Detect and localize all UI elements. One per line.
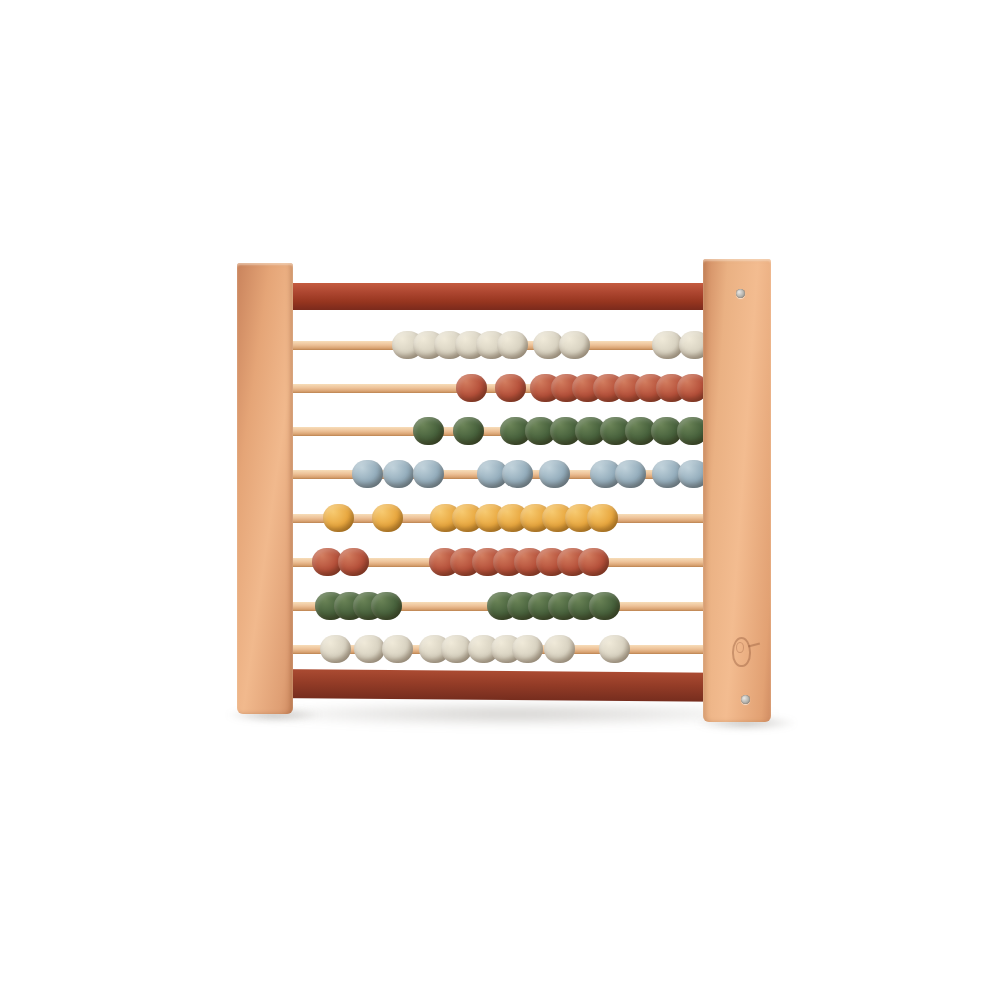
bead-yellow[interactable] (372, 504, 403, 532)
bead-cream[interactable] (512, 635, 543, 663)
bottom-end-rod (256, 669, 760, 702)
bead-green[interactable] (371, 592, 402, 620)
bead-cream[interactable] (544, 635, 575, 663)
bead-rust[interactable] (495, 374, 526, 402)
bead-green[interactable] (413, 417, 444, 445)
bead-cream[interactable] (354, 635, 385, 663)
bead-rust[interactable] (578, 548, 609, 576)
abacus-product-photo (0, 0, 1000, 1000)
bead-cream[interactable] (559, 331, 590, 359)
brand-engraving-inner (736, 642, 744, 653)
bead-blue[interactable] (352, 460, 383, 488)
bead-blue[interactable] (502, 460, 533, 488)
bead-yellow[interactable] (587, 504, 618, 532)
bead-cream[interactable] (320, 635, 351, 663)
bead-green[interactable] (453, 417, 484, 445)
brand-engraving-line (748, 643, 760, 648)
bead-cream[interactable] (382, 635, 413, 663)
bead-blue[interactable] (413, 460, 444, 488)
screw-icon (741, 695, 750, 704)
bead-cream[interactable] (599, 635, 630, 663)
bead-rust[interactable] (338, 548, 369, 576)
bead-green[interactable] (589, 592, 620, 620)
screw-icon (736, 289, 745, 298)
bead-blue[interactable] (539, 460, 570, 488)
bead-cream[interactable] (497, 331, 528, 359)
bead-blue[interactable] (615, 460, 646, 488)
frame-right-post (703, 259, 771, 722)
top-end-rod (256, 283, 752, 310)
bead-rust[interactable] (456, 374, 487, 402)
bead-yellow[interactable] (323, 504, 354, 532)
bead-blue[interactable] (383, 460, 414, 488)
frame-left-post (237, 263, 293, 714)
brand-engraving-icon (732, 637, 751, 667)
